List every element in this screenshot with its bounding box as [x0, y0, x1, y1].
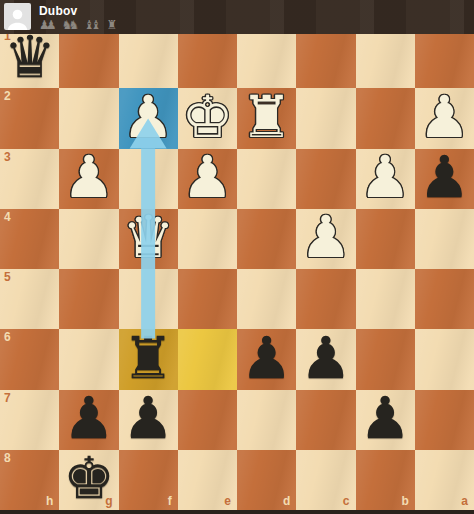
- square-c4[interactable]: ♟: [296, 209, 355, 269]
- game-window: Dubov ♟♟♞♞♝♝♜ 1♛2♟♚♜♟3♟♟♟♟4♛♟56♜♟♟7♟♟♟8h…: [0, 0, 474, 514]
- piece-black-pawn[interactable]: ♟: [237, 329, 296, 389]
- square-a2[interactable]: ♟: [415, 88, 474, 148]
- file-label-b: b: [401, 495, 408, 508]
- square-e2[interactable]: ♚: [178, 88, 237, 148]
- captured-knight-icon: ♞: [68, 19, 79, 31]
- square-d3[interactable]: [237, 149, 296, 209]
- captured-rook-icon: ♜: [107, 19, 118, 31]
- square-e8[interactable]: e: [178, 450, 237, 510]
- square-b1[interactable]: [356, 28, 415, 88]
- square-c8[interactable]: c: [296, 450, 355, 510]
- square-b6[interactable]: [356, 329, 415, 389]
- file-label-e: e: [224, 495, 231, 508]
- square-b7[interactable]: ♟: [356, 390, 415, 450]
- square-f8[interactable]: f: [119, 450, 178, 510]
- square-a3[interactable]: ♟: [415, 149, 474, 209]
- bottom-edge: [0, 510, 474, 514]
- square-e6[interactable]: [178, 329, 237, 389]
- square-g7[interactable]: ♟: [59, 390, 118, 450]
- square-d4[interactable]: [237, 209, 296, 269]
- piece-black-king[interactable]: ♚: [59, 450, 118, 510]
- square-g1[interactable]: [59, 28, 118, 88]
- square-e3[interactable]: ♟: [178, 149, 237, 209]
- square-c5[interactable]: [296, 269, 355, 329]
- square-b5[interactable]: [356, 269, 415, 329]
- square-f7[interactable]: ♟: [119, 390, 178, 450]
- square-d6[interactable]: ♟: [237, 329, 296, 389]
- square-h1[interactable]: 1♛: [0, 28, 59, 88]
- square-d8[interactable]: d: [237, 450, 296, 510]
- square-a1[interactable]: [415, 28, 474, 88]
- square-h2[interactable]: 2: [0, 88, 59, 148]
- rank-label-6: 6: [4, 331, 11, 344]
- person-icon: [4, 5, 31, 30]
- square-f3[interactable]: [119, 149, 178, 209]
- rank-label-4: 4: [4, 211, 11, 224]
- rank-label-7: 7: [4, 392, 11, 405]
- square-a8[interactable]: a: [415, 450, 474, 510]
- captured-group-knight: ♞♞: [62, 19, 80, 31]
- piece-white-queen[interactable]: ♛: [119, 209, 178, 269]
- piece-white-pawn[interactable]: ♟: [356, 149, 415, 209]
- square-e4[interactable]: [178, 209, 237, 269]
- square-h3[interactable]: 3: [0, 149, 59, 209]
- square-c3[interactable]: [296, 149, 355, 209]
- square-g6[interactable]: [59, 329, 118, 389]
- square-d2[interactable]: ♜: [237, 88, 296, 148]
- piece-black-queen[interactable]: ♛: [0, 28, 59, 88]
- square-g8[interactable]: g♚: [59, 450, 118, 510]
- captured-pieces-tray: ♟♟♞♞♝♝♜: [39, 18, 122, 32]
- player-bar: Dubov ♟♟♞♞♝♝♜: [0, 0, 474, 34]
- avatar[interactable]: [4, 3, 31, 30]
- piece-black-pawn[interactable]: ♟: [415, 149, 474, 209]
- square-c2[interactable]: [296, 88, 355, 148]
- square-c7[interactable]: [296, 390, 355, 450]
- square-b3[interactable]: ♟: [356, 149, 415, 209]
- captured-pawn-icon: ♟: [46, 19, 57, 31]
- piece-white-pawn[interactable]: ♟: [59, 149, 118, 209]
- square-a6[interactable]: [415, 329, 474, 389]
- square-d7[interactable]: [237, 390, 296, 450]
- rank-label-3: 3: [4, 151, 11, 164]
- chess-board: 1♛2♟♚♜♟3♟♟♟♟4♛♟56♜♟♟7♟♟♟8hg♚fedcba: [0, 28, 474, 510]
- square-a7[interactable]: [415, 390, 474, 450]
- square-g2[interactable]: [59, 88, 118, 148]
- piece-white-rook[interactable]: ♜: [237, 88, 296, 148]
- player-name[interactable]: Dubov: [39, 4, 122, 18]
- square-h8[interactable]: 8h: [0, 450, 59, 510]
- piece-white-pawn[interactable]: ♟: [119, 88, 178, 148]
- square-d5[interactable]: [237, 269, 296, 329]
- file-label-h: h: [46, 495, 53, 508]
- piece-black-pawn[interactable]: ♟: [296, 329, 355, 389]
- square-f4[interactable]: ♛: [119, 209, 178, 269]
- square-e1[interactable]: [178, 28, 237, 88]
- captured-group-rook: ♜: [107, 19, 118, 31]
- piece-white-pawn[interactable]: ♟: [178, 149, 237, 209]
- square-f6[interactable]: ♜: [119, 329, 178, 389]
- square-f1[interactable]: [119, 28, 178, 88]
- file-label-d: d: [283, 495, 290, 508]
- square-c6[interactable]: ♟: [296, 329, 355, 389]
- square-b8[interactable]: b: [356, 450, 415, 510]
- piece-black-pawn[interactable]: ♟: [59, 390, 118, 450]
- square-g5[interactable]: [59, 269, 118, 329]
- square-h4[interactable]: 4: [0, 209, 59, 269]
- rank-label-5: 5: [4, 271, 11, 284]
- square-h6[interactable]: 6: [0, 329, 59, 389]
- square-b4[interactable]: [356, 209, 415, 269]
- square-f5[interactable]: [119, 269, 178, 329]
- square-e7[interactable]: [178, 390, 237, 450]
- piece-black-rook[interactable]: ♜: [119, 329, 178, 389]
- square-c1[interactable]: [296, 28, 355, 88]
- square-a4[interactable]: [415, 209, 474, 269]
- square-b2[interactable]: [356, 88, 415, 148]
- piece-white-king[interactable]: ♚: [178, 88, 237, 148]
- captured-group-bishop: ♝♝: [84, 19, 102, 31]
- file-label-a: a: [461, 495, 468, 508]
- piece-white-pawn[interactable]: ♟: [415, 88, 474, 148]
- square-h7[interactable]: 7: [0, 390, 59, 450]
- square-f2[interactable]: ♟: [119, 88, 178, 148]
- rank-label-2: 2: [4, 90, 11, 103]
- captured-bishop-icon: ♝: [91, 19, 102, 31]
- square-e5[interactable]: [178, 269, 237, 329]
- piece-black-pawn[interactable]: ♟: [356, 390, 415, 450]
- file-label-f: f: [168, 495, 172, 508]
- piece-white-pawn[interactable]: ♟: [296, 209, 355, 269]
- file-label-c: c: [343, 495, 350, 508]
- piece-black-pawn[interactable]: ♟: [119, 390, 178, 450]
- square-a5[interactable]: [415, 269, 474, 329]
- captured-group-pawn: ♟♟: [39, 19, 57, 31]
- square-g3[interactable]: ♟: [59, 149, 118, 209]
- square-d1[interactable]: [237, 28, 296, 88]
- square-h5[interactable]: 5: [0, 269, 59, 329]
- rank-label-8: 8: [4, 452, 11, 465]
- square-g4[interactable]: [59, 209, 118, 269]
